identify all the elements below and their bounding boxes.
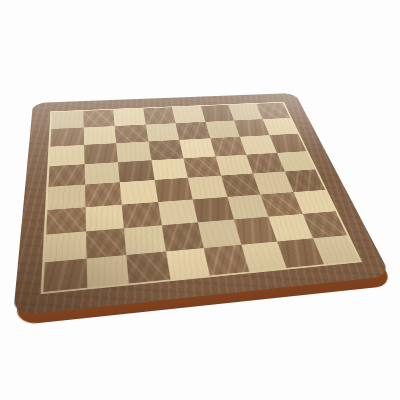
inlay-border-line — [41, 102, 363, 294]
board-grid — [43, 103, 359, 292]
square-b4[interactable] — [84, 182, 121, 207]
square-a1[interactable] — [43, 258, 86, 292]
square-a2[interactable] — [45, 231, 86, 262]
square-h5[interactable] — [276, 151, 315, 172]
square-a6[interactable] — [49, 145, 84, 166]
square-h8[interactable] — [256, 103, 290, 119]
square-d8[interactable] — [143, 107, 176, 124]
photo-background — [0, 0, 400, 400]
square-d2[interactable] — [161, 222, 203, 251]
square-b8[interactable] — [83, 110, 115, 128]
square-c3[interactable] — [122, 202, 162, 229]
square-b7[interactable] — [83, 126, 116, 145]
square-d6[interactable] — [148, 140, 183, 160]
square-a7[interactable] — [50, 127, 83, 146]
square-b6[interactable] — [84, 143, 118, 164]
square-e6[interactable] — [179, 138, 215, 158]
square-a3[interactable] — [46, 207, 85, 235]
square-a5[interactable] — [48, 164, 84, 187]
square-c5[interactable] — [118, 160, 154, 182]
square-a4[interactable] — [47, 185, 85, 210]
square-c8[interactable] — [113, 108, 145, 125]
square-b3[interactable] — [85, 204, 124, 231]
square-b5[interactable] — [84, 162, 120, 185]
square-a8[interactable] — [51, 111, 83, 129]
square-c2[interactable] — [124, 225, 166, 254]
square-d1[interactable] — [165, 248, 209, 280]
square-d3[interactable] — [158, 199, 198, 225]
square-h6[interactable] — [269, 134, 306, 153]
square-b2[interactable] — [85, 228, 126, 258]
square-h7[interactable] — [262, 118, 298, 136]
square-e8[interactable] — [172, 106, 205, 123]
square-d5[interactable] — [151, 158, 188, 180]
square-d4[interactable] — [154, 178, 192, 202]
square-d7[interactable] — [145, 123, 179, 142]
square-c7[interactable] — [115, 124, 148, 143]
square-c4[interactable] — [120, 180, 158, 204]
square-e7[interactable] — [175, 122, 209, 140]
square-c6[interactable] — [116, 142, 151, 162]
square-b1[interactable] — [86, 255, 129, 288]
square-c1[interactable] — [126, 251, 170, 283]
